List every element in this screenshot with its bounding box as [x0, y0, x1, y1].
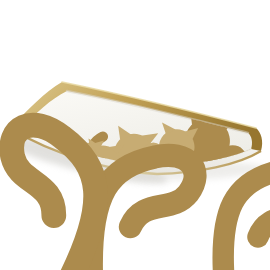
- tray-photo: [0, 0, 270, 270]
- product-photo-canvas: [0, 0, 270, 270]
